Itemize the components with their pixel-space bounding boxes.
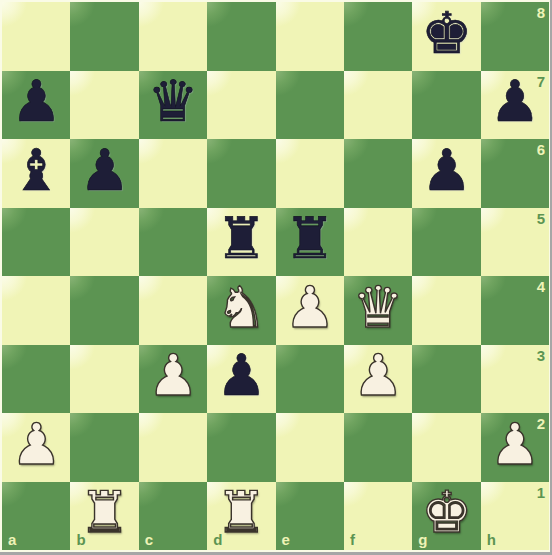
square-a5[interactable] [2, 208, 70, 277]
square-b3[interactable] [70, 345, 138, 414]
square-a2[interactable]: ♟ [2, 413, 70, 482]
square-a8[interactable] [2, 2, 70, 71]
white-pawn-icon[interactable]: ♟ [284, 279, 335, 336]
square-b5[interactable] [70, 208, 138, 277]
square-g2[interactable] [412, 413, 480, 482]
white-rook-icon[interactable]: ♜ [79, 484, 130, 541]
file-label-c: c [145, 532, 153, 547]
square-g8[interactable]: ♚ [412, 2, 480, 71]
square-g3[interactable] [412, 345, 480, 414]
white-pawn-icon[interactable]: ♟ [11, 416, 62, 473]
square-c8[interactable] [139, 2, 207, 71]
square-e3[interactable] [276, 345, 344, 414]
chessboard-frame: ♚8♟♛♟7♝♟♟6♜♜5♞♟♛4♟♟♟3♟♟2a♜bc♜def♚g1h [0, 0, 552, 555]
square-c1[interactable]: c [139, 482, 207, 551]
chessboard: ♚8♟♛♟7♝♟♟6♜♜5♞♟♛4♟♟♟3♟♟2a♜bc♜def♚g1h [2, 2, 549, 550]
square-f3[interactable]: ♟ [344, 345, 412, 414]
square-b7[interactable] [70, 71, 138, 140]
black-pawn-icon[interactable]: ♟ [79, 142, 130, 199]
file-label-h: h [487, 532, 496, 547]
square-h5[interactable]: 5 [481, 208, 549, 277]
black-king-icon[interactable]: ♚ [421, 5, 472, 62]
square-b6[interactable]: ♟ [70, 139, 138, 208]
black-rook-icon[interactable]: ♜ [216, 210, 267, 267]
square-f1[interactable]: f [344, 482, 412, 551]
square-a4[interactable] [2, 276, 70, 345]
black-bishop-icon[interactable]: ♝ [11, 142, 62, 199]
file-label-a: a [8, 532, 16, 547]
rank-label-1: 1 [537, 485, 545, 500]
file-label-d: d [213, 532, 222, 547]
square-d6[interactable] [207, 139, 275, 208]
white-pawn-icon[interactable]: ♟ [353, 347, 404, 404]
square-c3[interactable]: ♟ [139, 345, 207, 414]
square-c6[interactable] [139, 139, 207, 208]
square-e1[interactable]: e [276, 482, 344, 551]
white-queen-icon[interactable]: ♛ [353, 279, 404, 336]
white-rook-icon[interactable]: ♜ [216, 484, 267, 541]
square-d8[interactable] [207, 2, 275, 71]
black-pawn-icon[interactable]: ♟ [421, 142, 472, 199]
square-d1[interactable]: ♜d [207, 482, 275, 551]
rank-label-8: 8 [537, 5, 545, 20]
square-c4[interactable] [139, 276, 207, 345]
square-f8[interactable] [344, 2, 412, 71]
file-label-f: f [350, 532, 355, 547]
square-b2[interactable] [70, 413, 138, 482]
square-e6[interactable] [276, 139, 344, 208]
file-label-b: b [76, 532, 85, 547]
white-knight-icon[interactable]: ♞ [216, 279, 267, 336]
rank-label-5: 5 [537, 211, 545, 226]
file-label-g: g [418, 532, 427, 547]
square-h4[interactable]: 4 [481, 276, 549, 345]
square-g7[interactable] [412, 71, 480, 140]
rank-label-6: 6 [537, 142, 545, 157]
square-h3[interactable]: 3 [481, 345, 549, 414]
square-b4[interactable] [70, 276, 138, 345]
black-queen-icon[interactable]: ♛ [147, 73, 198, 130]
square-a1[interactable]: a [2, 482, 70, 551]
square-f5[interactable] [344, 208, 412, 277]
square-e7[interactable] [276, 71, 344, 140]
white-pawn-icon[interactable]: ♟ [147, 347, 198, 404]
square-f2[interactable] [344, 413, 412, 482]
square-d7[interactable] [207, 71, 275, 140]
square-c5[interactable] [139, 208, 207, 277]
square-e4[interactable]: ♟ [276, 276, 344, 345]
square-c2[interactable] [139, 413, 207, 482]
square-g6[interactable]: ♟ [412, 139, 480, 208]
square-b1[interactable]: ♜b [70, 482, 138, 551]
rank-label-4: 4 [537, 279, 545, 294]
rank-label-2: 2 [537, 416, 545, 431]
square-h6[interactable]: 6 [481, 139, 549, 208]
square-g5[interactable] [412, 208, 480, 277]
square-a6[interactable]: ♝ [2, 139, 70, 208]
square-e8[interactable] [276, 2, 344, 71]
black-pawn-icon[interactable]: ♟ [216, 347, 267, 404]
square-h1[interactable]: 1h [481, 482, 549, 551]
square-d5[interactable]: ♜ [207, 208, 275, 277]
black-pawn-icon[interactable]: ♟ [11, 73, 62, 130]
square-d3[interactable]: ♟ [207, 345, 275, 414]
square-g4[interactable] [412, 276, 480, 345]
square-e2[interactable] [276, 413, 344, 482]
square-f6[interactable] [344, 139, 412, 208]
rank-label-7: 7 [537, 74, 545, 89]
square-f7[interactable] [344, 71, 412, 140]
square-h8[interactable]: 8 [481, 2, 549, 71]
square-f4[interactable]: ♛ [344, 276, 412, 345]
square-d2[interactable] [207, 413, 275, 482]
square-d4[interactable]: ♞ [207, 276, 275, 345]
square-a7[interactable]: ♟ [2, 71, 70, 140]
white-pawn-icon[interactable]: ♟ [489, 416, 540, 473]
file-label-e: e [282, 532, 290, 547]
white-king-icon[interactable]: ♚ [421, 484, 472, 541]
black-pawn-icon[interactable]: ♟ [489, 73, 540, 130]
square-e5[interactable]: ♜ [276, 208, 344, 277]
square-g1[interactable]: ♚g [412, 482, 480, 551]
square-b8[interactable] [70, 2, 138, 71]
square-h2[interactable]: ♟2 [481, 413, 549, 482]
square-c7[interactable]: ♛ [139, 71, 207, 140]
black-rook-icon[interactable]: ♜ [284, 210, 335, 267]
square-h7[interactable]: ♟7 [481, 71, 549, 140]
square-a3[interactable] [2, 345, 70, 414]
rank-label-3: 3 [537, 348, 545, 363]
